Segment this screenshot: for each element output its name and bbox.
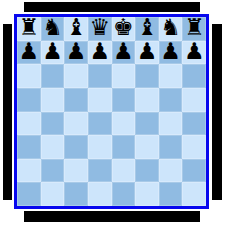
square-h6[interactable] (182, 64, 206, 88)
square-b4[interactable] (41, 112, 65, 136)
square-e1[interactable] (112, 182, 136, 206)
square-f1[interactable] (135, 182, 159, 206)
square-c3[interactable] (64, 135, 88, 159)
square-a4[interactable] (17, 112, 41, 136)
square-h7[interactable]: ♟ (182, 41, 206, 65)
chess-app-window: ♜♞♝♛♚♝♞♜♟♟♟♟♟♟♟♟ (0, 0, 225, 225)
square-d1[interactable] (88, 182, 112, 206)
square-f3[interactable] (135, 135, 159, 159)
black-pawn[interactable]: ♟ (113, 40, 134, 63)
black-king[interactable]: ♚ (113, 16, 134, 39)
square-h4[interactable] (182, 112, 206, 136)
square-f4[interactable] (135, 112, 159, 136)
square-f2[interactable] (135, 159, 159, 183)
square-e7[interactable]: ♟ (112, 41, 136, 65)
square-h2[interactable] (182, 159, 206, 183)
square-a2[interactable] (17, 159, 41, 183)
square-g5[interactable] (159, 88, 183, 112)
square-h1[interactable] (182, 182, 206, 206)
square-a5[interactable] (17, 88, 41, 112)
square-d6[interactable] (88, 64, 112, 88)
square-c5[interactable] (64, 88, 88, 112)
square-f5[interactable] (135, 88, 159, 112)
square-h3[interactable] (182, 135, 206, 159)
board-frame-left (3, 24, 12, 200)
square-b3[interactable] (41, 135, 65, 159)
square-c1[interactable] (64, 182, 88, 206)
black-rook[interactable]: ♜ (19, 16, 40, 39)
black-pawn[interactable]: ♟ (184, 40, 205, 63)
square-d3[interactable] (88, 135, 112, 159)
black-bishop[interactable]: ♝ (66, 16, 87, 39)
square-d4[interactable] (88, 112, 112, 136)
chess-board[interactable]: ♜♞♝♛♚♝♞♜♟♟♟♟♟♟♟♟ (14, 14, 209, 209)
square-e5[interactable] (112, 88, 136, 112)
square-b5[interactable] (41, 88, 65, 112)
square-g4[interactable] (159, 112, 183, 136)
black-knight[interactable]: ♞ (42, 16, 63, 39)
square-d5[interactable] (88, 88, 112, 112)
black-knight[interactable]: ♞ (160, 16, 181, 39)
black-pawn[interactable]: ♟ (66, 40, 87, 63)
square-g1[interactable] (159, 182, 183, 206)
black-pawn[interactable]: ♟ (89, 40, 110, 63)
square-e3[interactable] (112, 135, 136, 159)
square-g7[interactable]: ♟ (159, 41, 183, 65)
black-pawn[interactable]: ♟ (160, 40, 181, 63)
square-c6[interactable] (64, 64, 88, 88)
square-b2[interactable] (41, 159, 65, 183)
square-d7[interactable]: ♟ (88, 41, 112, 65)
square-a3[interactable] (17, 135, 41, 159)
square-e4[interactable] (112, 112, 136, 136)
square-e2[interactable] (112, 159, 136, 183)
black-bishop[interactable]: ♝ (137, 16, 158, 39)
board-frame-bottom (24, 211, 200, 222)
square-f6[interactable] (135, 64, 159, 88)
square-c2[interactable] (64, 159, 88, 183)
square-h5[interactable] (182, 88, 206, 112)
square-b6[interactable] (41, 64, 65, 88)
board-frame-right (212, 24, 222, 200)
square-c4[interactable] (64, 112, 88, 136)
square-b1[interactable] (41, 182, 65, 206)
black-pawn[interactable]: ♟ (137, 40, 158, 63)
board-frame-top (24, 2, 200, 12)
square-g2[interactable] (159, 159, 183, 183)
square-d2[interactable] (88, 159, 112, 183)
black-rook[interactable]: ♜ (184, 16, 205, 39)
square-g6[interactable] (159, 64, 183, 88)
square-a7[interactable]: ♟ (17, 41, 41, 65)
black-pawn[interactable]: ♟ (42, 40, 63, 63)
square-g3[interactable] (159, 135, 183, 159)
black-pawn[interactable]: ♟ (19, 40, 40, 63)
square-c7[interactable]: ♟ (64, 41, 88, 65)
square-a1[interactable] (17, 182, 41, 206)
square-f7[interactable]: ♟ (135, 41, 159, 65)
square-a6[interactable] (17, 64, 41, 88)
square-e6[interactable] (112, 64, 136, 88)
square-b7[interactable]: ♟ (41, 41, 65, 65)
black-queen[interactable]: ♛ (89, 16, 110, 39)
